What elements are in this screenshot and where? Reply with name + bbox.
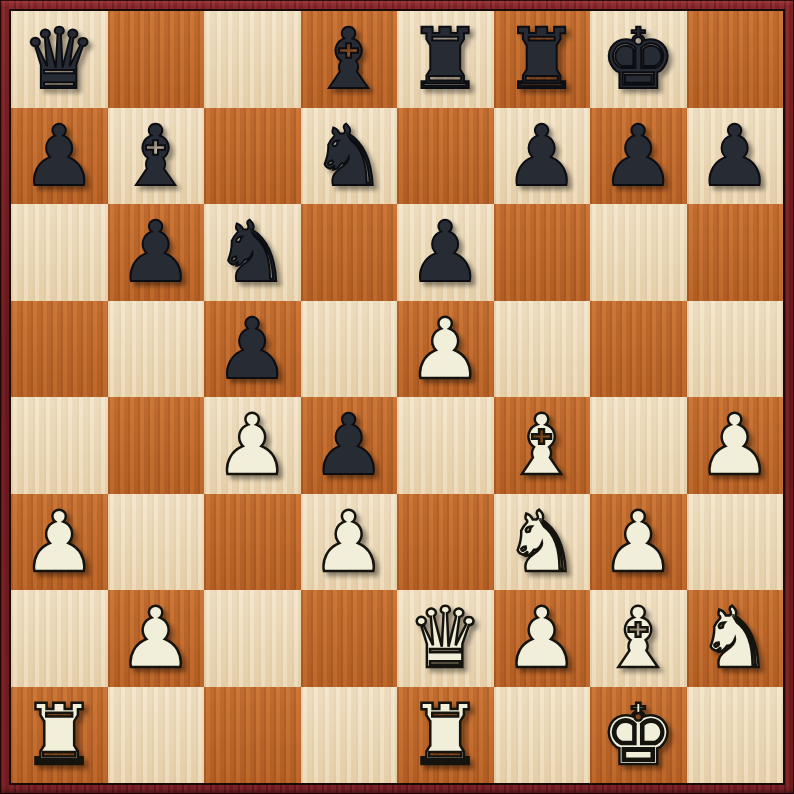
square-b5[interactable] [108, 301, 205, 398]
black-knight-piece[interactable]: ♞ [311, 108, 386, 205]
black-pawn-piece[interactable]: ♟ [408, 204, 483, 301]
square-f4[interactable]: ♝ [494, 397, 591, 494]
black-knight-piece[interactable]: ♞ [215, 204, 290, 301]
square-d5[interactable] [301, 301, 398, 398]
square-d4[interactable]: ♟ [301, 397, 398, 494]
square-h6[interactable] [687, 204, 784, 301]
white-pawn-piece[interactable]: ♟ [215, 397, 290, 494]
square-g8[interactable]: ♚ [590, 11, 687, 108]
white-pawn-piece[interactable]: ♟ [118, 590, 193, 687]
square-f3[interactable]: ♞ [494, 494, 591, 591]
black-pawn-piece[interactable]: ♟ [504, 108, 579, 205]
white-bishop-piece[interactable]: ♝ [504, 397, 579, 494]
square-g7[interactable]: ♟ [590, 108, 687, 205]
square-e1[interactable]: ♜ [397, 687, 494, 784]
square-d8[interactable]: ♝ [301, 11, 398, 108]
square-b2[interactable]: ♟ [108, 590, 205, 687]
board-frame: ♛♝♜♜♚♟♝♞♟♟♟♟♞♟♟♟♟♟♝♟♟♟♞♟♟♛♟♝♞♜♜♚ [0, 0, 794, 794]
square-h8[interactable] [687, 11, 784, 108]
square-g1[interactable]: ♚ [590, 687, 687, 784]
square-a2[interactable] [11, 590, 108, 687]
square-f1[interactable] [494, 687, 591, 784]
square-f5[interactable] [494, 301, 591, 398]
square-h2[interactable]: ♞ [687, 590, 784, 687]
square-a6[interactable] [11, 204, 108, 301]
square-e4[interactable] [397, 397, 494, 494]
white-knight-piece[interactable]: ♞ [504, 494, 579, 591]
square-a7[interactable]: ♟ [11, 108, 108, 205]
white-bishop-piece[interactable]: ♝ [601, 590, 676, 687]
black-pawn-piece[interactable]: ♟ [22, 108, 97, 205]
white-pawn-piece[interactable]: ♟ [22, 494, 97, 591]
square-a3[interactable]: ♟ [11, 494, 108, 591]
black-pawn-piece[interactable]: ♟ [118, 204, 193, 301]
square-h7[interactable]: ♟ [687, 108, 784, 205]
square-h3[interactable] [687, 494, 784, 591]
square-b8[interactable] [108, 11, 205, 108]
square-d1[interactable] [301, 687, 398, 784]
square-b6[interactable]: ♟ [108, 204, 205, 301]
square-g6[interactable] [590, 204, 687, 301]
square-b1[interactable] [108, 687, 205, 784]
square-h5[interactable] [687, 301, 784, 398]
square-f2[interactable]: ♟ [494, 590, 591, 687]
white-pawn-piece[interactable]: ♟ [408, 301, 483, 398]
square-f6[interactable] [494, 204, 591, 301]
square-c7[interactable] [204, 108, 301, 205]
square-g5[interactable] [590, 301, 687, 398]
white-king-piece[interactable]: ♚ [601, 687, 676, 784]
black-pawn-piece[interactable]: ♟ [215, 301, 290, 398]
square-f7[interactable]: ♟ [494, 108, 591, 205]
square-d3[interactable]: ♟ [301, 494, 398, 591]
square-e8[interactable]: ♜ [397, 11, 494, 108]
white-rook-piece[interactable]: ♜ [408, 687, 483, 784]
white-pawn-piece[interactable]: ♟ [697, 397, 772, 494]
square-a5[interactable] [11, 301, 108, 398]
square-b4[interactable] [108, 397, 205, 494]
square-f8[interactable]: ♜ [494, 11, 591, 108]
square-g3[interactable]: ♟ [590, 494, 687, 591]
square-c8[interactable] [204, 11, 301, 108]
square-h1[interactable] [687, 687, 784, 784]
white-pawn-piece[interactable]: ♟ [311, 494, 386, 591]
square-a8[interactable]: ♛ [11, 11, 108, 108]
square-e3[interactable] [397, 494, 494, 591]
square-d2[interactable] [301, 590, 398, 687]
black-rook-piece[interactable]: ♜ [408, 11, 483, 108]
black-pawn-piece[interactable]: ♟ [697, 108, 772, 205]
square-d6[interactable] [301, 204, 398, 301]
black-pawn-piece[interactable]: ♟ [311, 397, 386, 494]
black-king-piece[interactable]: ♚ [601, 11, 676, 108]
square-c6[interactable]: ♞ [204, 204, 301, 301]
square-e6[interactable]: ♟ [397, 204, 494, 301]
square-g4[interactable] [590, 397, 687, 494]
square-c3[interactable] [204, 494, 301, 591]
black-rook-piece[interactable]: ♜ [504, 11, 579, 108]
square-e7[interactable] [397, 108, 494, 205]
square-b7[interactable]: ♝ [108, 108, 205, 205]
square-c5[interactable]: ♟ [204, 301, 301, 398]
white-pawn-piece[interactable]: ♟ [504, 590, 579, 687]
square-d7[interactable]: ♞ [301, 108, 398, 205]
chess-board: ♛♝♜♜♚♟♝♞♟♟♟♟♞♟♟♟♟♟♝♟♟♟♞♟♟♛♟♝♞♜♜♚ [9, 9, 785, 785]
square-a1[interactable]: ♜ [11, 687, 108, 784]
square-b3[interactable] [108, 494, 205, 591]
square-h4[interactable]: ♟ [687, 397, 784, 494]
square-c4[interactable]: ♟ [204, 397, 301, 494]
black-bishop-piece[interactable]: ♝ [311, 11, 386, 108]
black-queen-piece[interactable]: ♛ [22, 11, 97, 108]
white-pawn-piece[interactable]: ♟ [601, 494, 676, 591]
square-a4[interactable] [11, 397, 108, 494]
white-rook-piece[interactable]: ♜ [22, 687, 97, 784]
square-c2[interactable] [204, 590, 301, 687]
white-knight-piece[interactable]: ♞ [697, 590, 772, 687]
square-c1[interactable] [204, 687, 301, 784]
square-e5[interactable]: ♟ [397, 301, 494, 398]
black-pawn-piece[interactable]: ♟ [601, 108, 676, 205]
white-queen-piece[interactable]: ♛ [408, 590, 483, 687]
square-g2[interactable]: ♝ [590, 590, 687, 687]
square-e2[interactable]: ♛ [397, 590, 494, 687]
black-bishop-piece[interactable]: ♝ [118, 108, 193, 205]
